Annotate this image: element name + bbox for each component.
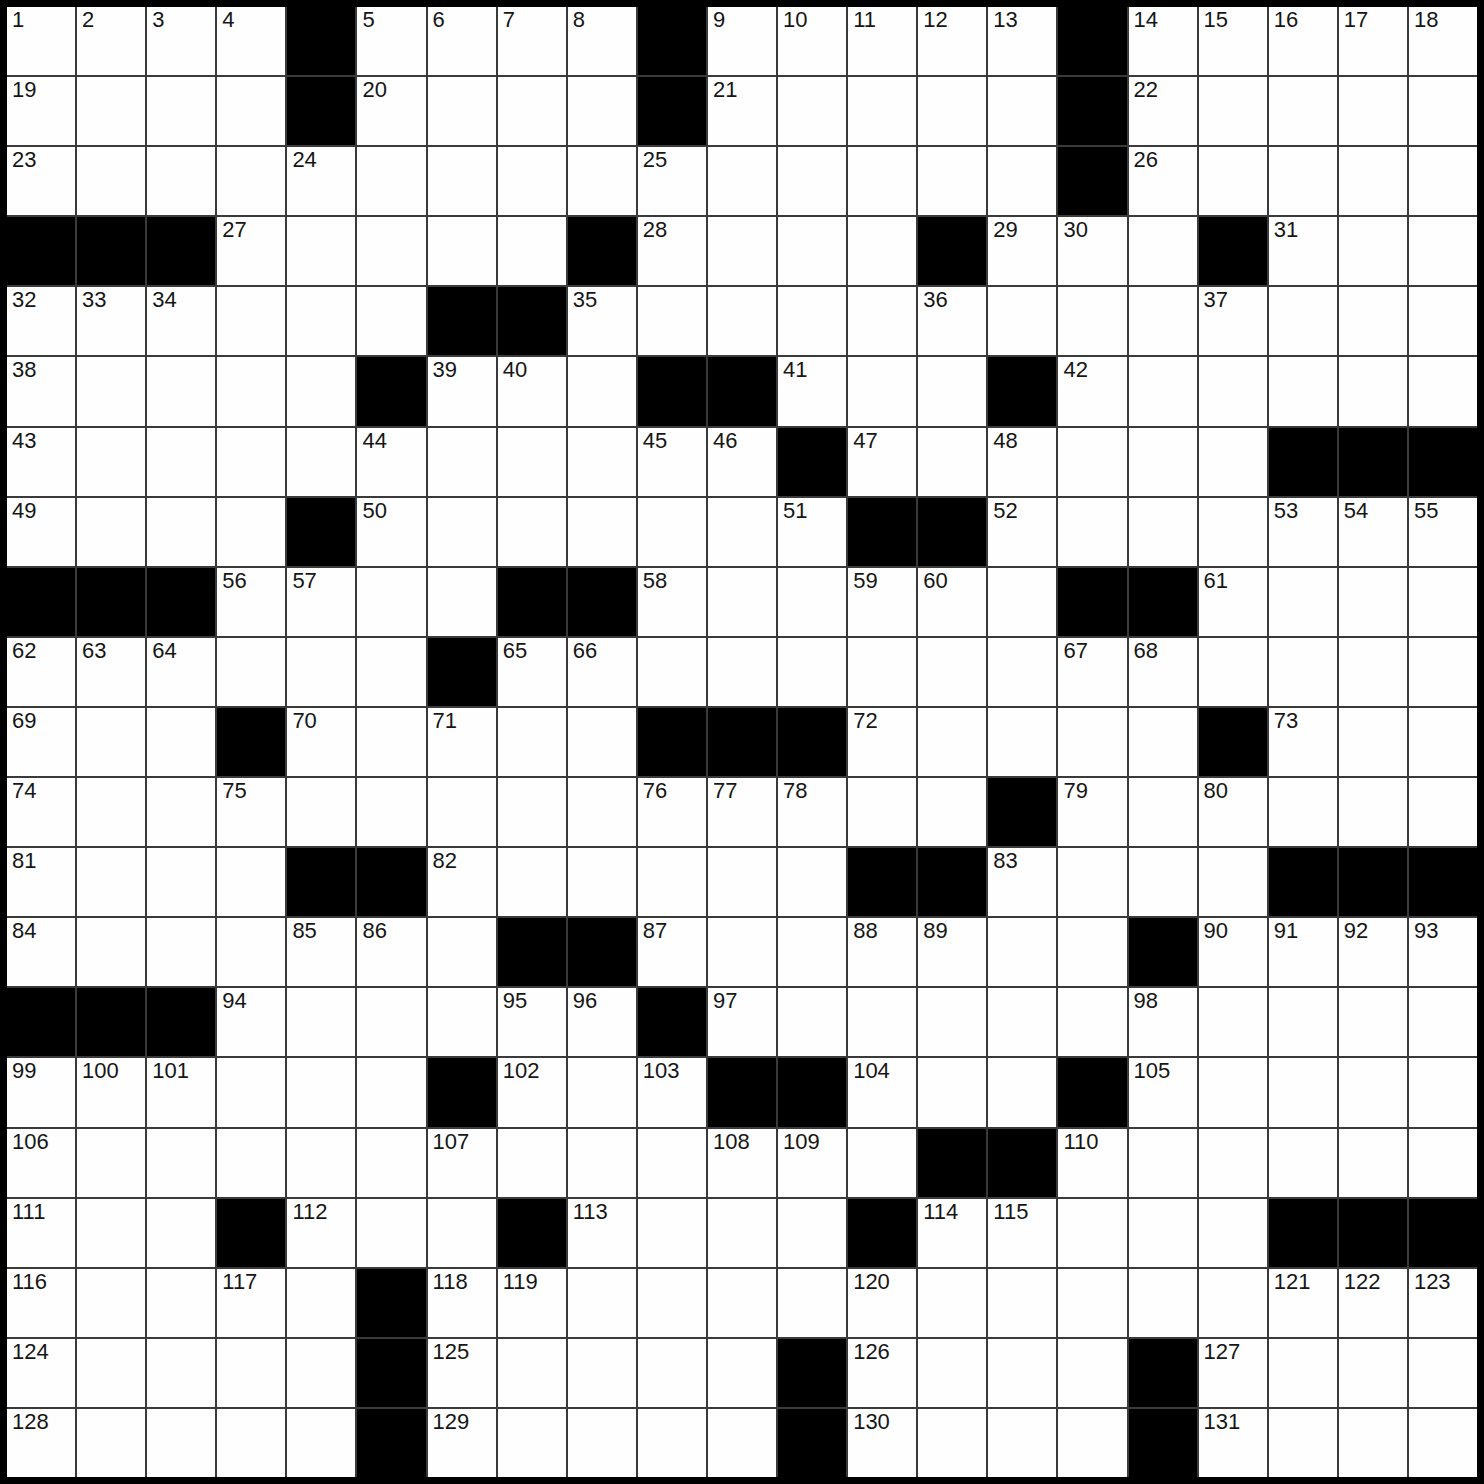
cell-r8-c10[interactable] <box>708 568 776 636</box>
cell-r0-c6[interactable]: 6 <box>428 7 496 75</box>
cell-r7-c20[interactable]: 55 <box>1409 498 1477 566</box>
cell-r20-c14[interactable] <box>988 1409 1056 1477</box>
cell-r19-c4[interactable] <box>287 1339 355 1407</box>
cell-r18-c12[interactable]: 120 <box>848 1269 916 1337</box>
cell-r5-c7[interactable]: 40 <box>498 357 566 425</box>
cell-r4-c12[interactable] <box>848 287 916 355</box>
cell-r17-c6[interactable] <box>428 1199 496 1267</box>
cell-r11-c7[interactable] <box>498 778 566 846</box>
cell-r19-c0[interactable]: 124 <box>7 1339 75 1407</box>
cell-r19-c12[interactable]: 126 <box>848 1339 916 1407</box>
cell-r17-c2[interactable] <box>147 1199 215 1267</box>
cell-r5-c1[interactable] <box>77 357 145 425</box>
cell-r8-c6[interactable] <box>428 568 496 636</box>
cell-r12-c3[interactable] <box>217 848 285 916</box>
cell-r8-c4[interactable]: 57 <box>287 568 355 636</box>
cell-r3-c19[interactable] <box>1339 217 1407 285</box>
cell-r12-c8[interactable] <box>568 848 636 916</box>
cell-r10-c14[interactable] <box>988 708 1056 776</box>
cell-r18-c11[interactable] <box>778 1269 846 1337</box>
cell-r15-c18[interactable] <box>1269 1058 1337 1126</box>
cell-r2-c7[interactable] <box>498 147 566 215</box>
cell-r20-c6[interactable]: 129 <box>428 1409 496 1477</box>
cell-r15-c5[interactable] <box>357 1058 425 1126</box>
cell-r10-c8[interactable] <box>568 708 636 776</box>
cell-r6-c6[interactable] <box>428 428 496 496</box>
cell-r9-c14[interactable] <box>988 638 1056 706</box>
cell-r4-c17[interactable]: 37 <box>1199 287 1267 355</box>
cell-r13-c13[interactable]: 89 <box>918 918 986 986</box>
cell-r16-c8[interactable] <box>568 1129 636 1197</box>
cell-r18-c14[interactable] <box>988 1269 1056 1337</box>
cell-r13-c3[interactable] <box>217 918 285 986</box>
cell-r11-c2[interactable] <box>147 778 215 846</box>
cell-r18-c3[interactable]: 117 <box>217 1269 285 1337</box>
cell-r16-c19[interactable] <box>1339 1129 1407 1197</box>
cell-r4-c11[interactable] <box>778 287 846 355</box>
cell-r9-c3[interactable] <box>217 638 285 706</box>
cell-r2-c18[interactable] <box>1269 147 1337 215</box>
cell-r19-c3[interactable] <box>217 1339 285 1407</box>
cell-r6-c9[interactable]: 45 <box>638 428 706 496</box>
cell-r15-c8[interactable] <box>568 1058 636 1126</box>
cell-r11-c10[interactable]: 77 <box>708 778 776 846</box>
cell-r9-c18[interactable] <box>1269 638 1337 706</box>
cell-r5-c11[interactable]: 41 <box>778 357 846 425</box>
cell-r16-c7[interactable] <box>498 1129 566 1197</box>
cell-r4-c14[interactable] <box>988 287 1056 355</box>
cell-r1-c11[interactable] <box>778 77 846 145</box>
cell-r3-c18[interactable]: 31 <box>1269 217 1337 285</box>
cell-r12-c11[interactable] <box>778 848 846 916</box>
cell-r5-c15[interactable]: 42 <box>1058 357 1126 425</box>
cell-r16-c5[interactable] <box>357 1129 425 1197</box>
cell-r1-c12[interactable] <box>848 77 916 145</box>
cell-r14-c20[interactable] <box>1409 988 1477 1056</box>
cell-r8-c19[interactable] <box>1339 568 1407 636</box>
cell-r12-c15[interactable] <box>1058 848 1126 916</box>
cell-r9-c15[interactable]: 67 <box>1058 638 1126 706</box>
cell-r16-c9[interactable] <box>638 1129 706 1197</box>
cell-r1-c1[interactable] <box>77 77 145 145</box>
cell-r3-c15[interactable]: 30 <box>1058 217 1126 285</box>
cell-r5-c20[interactable] <box>1409 357 1477 425</box>
cell-r12-c1[interactable] <box>77 848 145 916</box>
cell-r2-c13[interactable] <box>918 147 986 215</box>
cell-r6-c14[interactable]: 48 <box>988 428 1056 496</box>
cell-r18-c17[interactable] <box>1199 1269 1267 1337</box>
cell-r0-c12[interactable]: 11 <box>848 7 916 75</box>
cell-r13-c9[interactable]: 87 <box>638 918 706 986</box>
cell-r4-c5[interactable] <box>357 287 425 355</box>
cell-r15-c12[interactable]: 104 <box>848 1058 916 1126</box>
cell-r1-c6[interactable] <box>428 77 496 145</box>
cell-r19-c6[interactable]: 125 <box>428 1339 496 1407</box>
cell-r11-c18[interactable] <box>1269 778 1337 846</box>
cell-r0-c10[interactable]: 9 <box>708 7 776 75</box>
cell-r14-c10[interactable]: 97 <box>708 988 776 1056</box>
cell-r17-c13[interactable]: 114 <box>918 1199 986 1267</box>
cell-r4-c10[interactable] <box>708 287 776 355</box>
cell-r7-c0[interactable]: 49 <box>7 498 75 566</box>
cell-r20-c8[interactable] <box>568 1409 636 1477</box>
cell-r8-c5[interactable] <box>357 568 425 636</box>
cell-r15-c14[interactable] <box>988 1058 1056 1126</box>
cell-r13-c0[interactable]: 84 <box>7 918 75 986</box>
cell-r7-c7[interactable] <box>498 498 566 566</box>
cell-r10-c16[interactable] <box>1129 708 1197 776</box>
cell-r14-c12[interactable] <box>848 988 916 1056</box>
cell-r7-c14[interactable]: 52 <box>988 498 1056 566</box>
cell-r3-c11[interactable] <box>778 217 846 285</box>
cell-r19-c19[interactable] <box>1339 1339 1407 1407</box>
cell-r5-c4[interactable] <box>287 357 355 425</box>
cell-r16-c3[interactable] <box>217 1129 285 1197</box>
cell-r8-c14[interactable] <box>988 568 1056 636</box>
cell-r18-c18[interactable]: 121 <box>1269 1269 1337 1337</box>
cell-r9-c2[interactable]: 64 <box>147 638 215 706</box>
cell-r20-c7[interactable] <box>498 1409 566 1477</box>
cell-r20-c13[interactable] <box>918 1409 986 1477</box>
cell-r15-c3[interactable] <box>217 1058 285 1126</box>
cell-r8-c9[interactable]: 58 <box>638 568 706 636</box>
cell-r11-c19[interactable] <box>1339 778 1407 846</box>
cell-r5-c6[interactable]: 39 <box>428 357 496 425</box>
cell-r4-c16[interactable] <box>1129 287 1197 355</box>
cell-r13-c12[interactable]: 88 <box>848 918 916 986</box>
cell-r19-c8[interactable] <box>568 1339 636 1407</box>
cell-r11-c3[interactable]: 75 <box>217 778 285 846</box>
cell-r7-c19[interactable]: 54 <box>1339 498 1407 566</box>
cell-r2-c19[interactable] <box>1339 147 1407 215</box>
cell-r9-c7[interactable]: 65 <box>498 638 566 706</box>
cell-r19-c17[interactable]: 127 <box>1199 1339 1267 1407</box>
cell-r16-c18[interactable] <box>1269 1129 1337 1197</box>
cell-r18-c6[interactable]: 118 <box>428 1269 496 1337</box>
cell-r9-c11[interactable] <box>778 638 846 706</box>
cell-r17-c15[interactable] <box>1058 1199 1126 1267</box>
cell-r9-c10[interactable] <box>708 638 776 706</box>
cell-r17-c9[interactable] <box>638 1199 706 1267</box>
cell-r13-c10[interactable] <box>708 918 776 986</box>
cell-r2-c10[interactable] <box>708 147 776 215</box>
cell-r0-c8[interactable]: 8 <box>568 7 636 75</box>
cell-r17-c11[interactable] <box>778 1199 846 1267</box>
cell-r7-c9[interactable] <box>638 498 706 566</box>
cell-r7-c5[interactable]: 50 <box>357 498 425 566</box>
cell-r5-c12[interactable] <box>848 357 916 425</box>
cell-r1-c20[interactable] <box>1409 77 1477 145</box>
cell-r4-c2[interactable]: 34 <box>147 287 215 355</box>
cell-r20-c1[interactable] <box>77 1409 145 1477</box>
cell-r14-c18[interactable] <box>1269 988 1337 1056</box>
cell-r14-c3[interactable]: 94 <box>217 988 285 1056</box>
cell-r18-c16[interactable] <box>1129 1269 1197 1337</box>
cell-r8-c13[interactable]: 60 <box>918 568 986 636</box>
cell-r19-c10[interactable] <box>708 1339 776 1407</box>
cell-r11-c9[interactable]: 76 <box>638 778 706 846</box>
cell-r5-c18[interactable] <box>1269 357 1337 425</box>
cell-r0-c14[interactable]: 13 <box>988 7 1056 75</box>
cell-r10-c19[interactable] <box>1339 708 1407 776</box>
cell-r19-c15[interactable] <box>1058 1339 1126 1407</box>
cell-r1-c18[interactable] <box>1269 77 1337 145</box>
cell-r1-c17[interactable] <box>1199 77 1267 145</box>
cell-r10-c0[interactable]: 69 <box>7 708 75 776</box>
cell-r18-c2[interactable] <box>147 1269 215 1337</box>
cell-r20-c9[interactable] <box>638 1409 706 1477</box>
cell-r13-c6[interactable] <box>428 918 496 986</box>
cell-r20-c18[interactable] <box>1269 1409 1337 1477</box>
cell-r2-c20[interactable] <box>1409 147 1477 215</box>
cell-r12-c0[interactable]: 81 <box>7 848 75 916</box>
cell-r6-c1[interactable] <box>77 428 145 496</box>
cell-r4-c15[interactable] <box>1058 287 1126 355</box>
cell-r10-c13[interactable] <box>918 708 986 776</box>
cell-r14-c15[interactable] <box>1058 988 1126 1056</box>
cell-r6-c17[interactable] <box>1199 428 1267 496</box>
cell-r4-c19[interactable] <box>1339 287 1407 355</box>
cell-r15-c4[interactable] <box>287 1058 355 1126</box>
cell-r17-c14[interactable]: 115 <box>988 1199 1056 1267</box>
cell-r13-c1[interactable] <box>77 918 145 986</box>
cell-r7-c1[interactable] <box>77 498 145 566</box>
cell-r5-c19[interactable] <box>1339 357 1407 425</box>
cell-r11-c4[interactable] <box>287 778 355 846</box>
cell-r1-c5[interactable]: 20 <box>357 77 425 145</box>
cell-r11-c15[interactable]: 79 <box>1058 778 1126 846</box>
cell-r0-c3[interactable]: 4 <box>217 7 285 75</box>
cell-r9-c19[interactable] <box>1339 638 1407 706</box>
cell-r9-c9[interactable] <box>638 638 706 706</box>
cell-r2-c2[interactable] <box>147 147 215 215</box>
cell-r14-c4[interactable] <box>287 988 355 1056</box>
cell-r12-c14[interactable]: 83 <box>988 848 1056 916</box>
cell-r10-c6[interactable]: 71 <box>428 708 496 776</box>
cell-r19-c1[interactable] <box>77 1339 145 1407</box>
cell-r16-c12[interactable] <box>848 1129 916 1197</box>
cell-r6-c12[interactable]: 47 <box>848 428 916 496</box>
cell-r6-c0[interactable]: 43 <box>7 428 75 496</box>
cell-r11-c5[interactable] <box>357 778 425 846</box>
cell-r1-c7[interactable] <box>498 77 566 145</box>
cell-r10-c4[interactable]: 70 <box>287 708 355 776</box>
cell-r6-c5[interactable]: 44 <box>357 428 425 496</box>
cell-r20-c4[interactable] <box>287 1409 355 1477</box>
cell-r10-c15[interactable] <box>1058 708 1126 776</box>
cell-r6-c3[interactable] <box>217 428 285 496</box>
cell-r18-c8[interactable] <box>568 1269 636 1337</box>
cell-r11-c0[interactable]: 74 <box>7 778 75 846</box>
cell-r17-c8[interactable]: 113 <box>568 1199 636 1267</box>
cell-r10-c18[interactable]: 73 <box>1269 708 1337 776</box>
cell-r19-c9[interactable] <box>638 1339 706 1407</box>
cell-r17-c5[interactable] <box>357 1199 425 1267</box>
cell-r18-c20[interactable]: 123 <box>1409 1269 1477 1337</box>
cell-r20-c17[interactable]: 131 <box>1199 1409 1267 1477</box>
cell-r2-c17[interactable] <box>1199 147 1267 215</box>
cell-r5-c8[interactable] <box>568 357 636 425</box>
cell-r7-c11[interactable]: 51 <box>778 498 846 566</box>
cell-r15-c20[interactable] <box>1409 1058 1477 1126</box>
cell-r16-c11[interactable]: 109 <box>778 1129 846 1197</box>
cell-r0-c5[interactable]: 5 <box>357 7 425 75</box>
cell-r1-c8[interactable] <box>568 77 636 145</box>
cell-r12-c2[interactable] <box>147 848 215 916</box>
cell-r1-c13[interactable] <box>918 77 986 145</box>
cell-r12-c7[interactable] <box>498 848 566 916</box>
cell-r16-c20[interactable] <box>1409 1129 1477 1197</box>
cell-r7-c10[interactable] <box>708 498 776 566</box>
cell-r16-c1[interactable] <box>77 1129 145 1197</box>
cell-r14-c19[interactable] <box>1339 988 1407 1056</box>
cell-r7-c16[interactable] <box>1129 498 1197 566</box>
cell-r6-c8[interactable] <box>568 428 636 496</box>
cell-r7-c15[interactable] <box>1058 498 1126 566</box>
cell-r4-c9[interactable] <box>638 287 706 355</box>
cell-r4-c13[interactable]: 36 <box>918 287 986 355</box>
cell-r3-c4[interactable] <box>287 217 355 285</box>
cell-r9-c13[interactable] <box>918 638 986 706</box>
cell-r7-c6[interactable] <box>428 498 496 566</box>
cell-r1-c19[interactable] <box>1339 77 1407 145</box>
cell-r11-c6[interactable] <box>428 778 496 846</box>
cell-r7-c17[interactable] <box>1199 498 1267 566</box>
cell-r13-c2[interactable] <box>147 918 215 986</box>
cell-r0-c1[interactable]: 2 <box>77 7 145 75</box>
cell-r2-c4[interactable]: 24 <box>287 147 355 215</box>
cell-r12-c10[interactable] <box>708 848 776 916</box>
cell-r14-c13[interactable] <box>918 988 986 1056</box>
cell-r17-c4[interactable]: 112 <box>287 1199 355 1267</box>
cell-r6-c7[interactable] <box>498 428 566 496</box>
cell-r4-c0[interactable]: 32 <box>7 287 75 355</box>
cell-r11-c8[interactable] <box>568 778 636 846</box>
cell-r0-c7[interactable]: 7 <box>498 7 566 75</box>
cell-r19-c13[interactable] <box>918 1339 986 1407</box>
cell-r4-c4[interactable] <box>287 287 355 355</box>
cell-r6-c13[interactable] <box>918 428 986 496</box>
cell-r20-c10[interactable] <box>708 1409 776 1477</box>
cell-r0-c18[interactable]: 16 <box>1269 7 1337 75</box>
cell-r6-c10[interactable]: 46 <box>708 428 776 496</box>
cell-r9-c20[interactable] <box>1409 638 1477 706</box>
cell-r9-c0[interactable]: 62 <box>7 638 75 706</box>
cell-r16-c15[interactable]: 110 <box>1058 1129 1126 1197</box>
cell-r9-c8[interactable]: 66 <box>568 638 636 706</box>
cell-r10-c12[interactable]: 72 <box>848 708 916 776</box>
cell-r6-c15[interactable] <box>1058 428 1126 496</box>
cell-r5-c0[interactable]: 38 <box>7 357 75 425</box>
cell-r14-c8[interactable]: 96 <box>568 988 636 1056</box>
cell-r14-c11[interactable] <box>778 988 846 1056</box>
cell-r16-c2[interactable] <box>147 1129 215 1197</box>
cell-r11-c17[interactable]: 80 <box>1199 778 1267 846</box>
cell-r11-c12[interactable] <box>848 778 916 846</box>
cell-r19-c14[interactable] <box>988 1339 1056 1407</box>
cell-r9-c17[interactable] <box>1199 638 1267 706</box>
cell-r8-c3[interactable]: 56 <box>217 568 285 636</box>
cell-r9-c12[interactable] <box>848 638 916 706</box>
cell-r17-c1[interactable] <box>77 1199 145 1267</box>
cell-r4-c8[interactable]: 35 <box>568 287 636 355</box>
cell-r0-c20[interactable]: 18 <box>1409 7 1477 75</box>
cell-r17-c16[interactable] <box>1129 1199 1197 1267</box>
cell-r17-c10[interactable] <box>708 1199 776 1267</box>
cell-r18-c15[interactable] <box>1058 1269 1126 1337</box>
cell-r2-c0[interactable]: 23 <box>7 147 75 215</box>
cell-r13-c15[interactable] <box>1058 918 1126 986</box>
cell-r16-c10[interactable]: 108 <box>708 1129 776 1197</box>
cell-r0-c0[interactable]: 1 <box>7 7 75 75</box>
cell-r1-c10[interactable]: 21 <box>708 77 776 145</box>
cell-r13-c5[interactable]: 86 <box>357 918 425 986</box>
cell-r14-c5[interactable] <box>357 988 425 1056</box>
cell-r11-c16[interactable] <box>1129 778 1197 846</box>
cell-r14-c17[interactable] <box>1199 988 1267 1056</box>
cell-r2-c16[interactable]: 26 <box>1129 147 1197 215</box>
cell-r18-c13[interactable] <box>918 1269 986 1337</box>
cell-r4-c1[interactable]: 33 <box>77 287 145 355</box>
cell-r1-c0[interactable]: 19 <box>7 77 75 145</box>
cell-r11-c13[interactable] <box>918 778 986 846</box>
cell-r19-c7[interactable] <box>498 1339 566 1407</box>
cell-r20-c15[interactable] <box>1058 1409 1126 1477</box>
cell-r11-c20[interactable] <box>1409 778 1477 846</box>
cell-r5-c16[interactable] <box>1129 357 1197 425</box>
cell-r11-c11[interactable]: 78 <box>778 778 846 846</box>
cell-r4-c3[interactable] <box>217 287 285 355</box>
cell-r5-c17[interactable] <box>1199 357 1267 425</box>
cell-r7-c2[interactable] <box>147 498 215 566</box>
cell-r2-c6[interactable] <box>428 147 496 215</box>
cell-r14-c14[interactable] <box>988 988 1056 1056</box>
cell-r18-c10[interactable] <box>708 1269 776 1337</box>
cell-r7-c3[interactable] <box>217 498 285 566</box>
cell-r3-c7[interactable] <box>498 217 566 285</box>
cell-r2-c8[interactable] <box>568 147 636 215</box>
cell-r4-c20[interactable] <box>1409 287 1477 355</box>
cell-r8-c12[interactable]: 59 <box>848 568 916 636</box>
cell-r14-c6[interactable] <box>428 988 496 1056</box>
cell-r20-c20[interactable] <box>1409 1409 1477 1477</box>
cell-r6-c16[interactable] <box>1129 428 1197 496</box>
cell-r3-c16[interactable] <box>1129 217 1197 285</box>
cell-r15-c1[interactable]: 100 <box>77 1058 145 1126</box>
cell-r9-c16[interactable]: 68 <box>1129 638 1197 706</box>
cell-r12-c17[interactable] <box>1199 848 1267 916</box>
cell-r13-c20[interactable]: 93 <box>1409 918 1477 986</box>
cell-r17-c17[interactable] <box>1199 1199 1267 1267</box>
cell-r9-c5[interactable] <box>357 638 425 706</box>
cell-r2-c5[interactable] <box>357 147 425 215</box>
cell-r13-c18[interactable]: 91 <box>1269 918 1337 986</box>
cell-r16-c16[interactable] <box>1129 1129 1197 1197</box>
cell-r5-c3[interactable] <box>217 357 285 425</box>
cell-r3-c14[interactable]: 29 <box>988 217 1056 285</box>
cell-r12-c9[interactable] <box>638 848 706 916</box>
cell-r2-c1[interactable] <box>77 147 145 215</box>
cell-r15-c0[interactable]: 99 <box>7 1058 75 1126</box>
cell-r8-c18[interactable] <box>1269 568 1337 636</box>
cell-r0-c13[interactable]: 12 <box>918 7 986 75</box>
cell-r18-c0[interactable]: 116 <box>7 1269 75 1337</box>
cell-r13-c4[interactable]: 85 <box>287 918 355 986</box>
cell-r8-c17[interactable]: 61 <box>1199 568 1267 636</box>
cell-r13-c17[interactable]: 90 <box>1199 918 1267 986</box>
cell-r3-c5[interactable] <box>357 217 425 285</box>
cell-r0-c11[interactable]: 10 <box>778 7 846 75</box>
